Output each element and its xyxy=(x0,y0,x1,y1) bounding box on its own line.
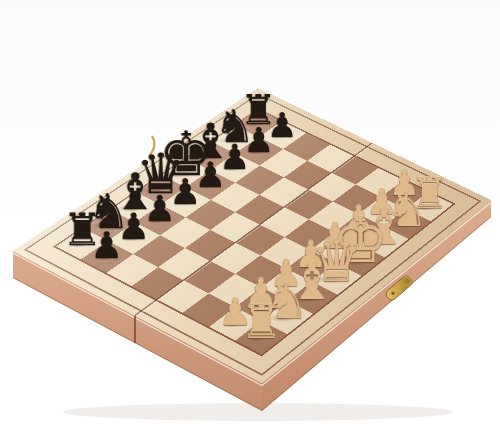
hinge-wire-icon xyxy=(149,136,154,156)
product-photo-scene: ♜♞♝♚♛♝♞♜♟♟♟♟♟♟♟♟♟♟♟♟♟♟♟♟♜♞♝♚♛♝♞♜ xyxy=(0,0,500,425)
